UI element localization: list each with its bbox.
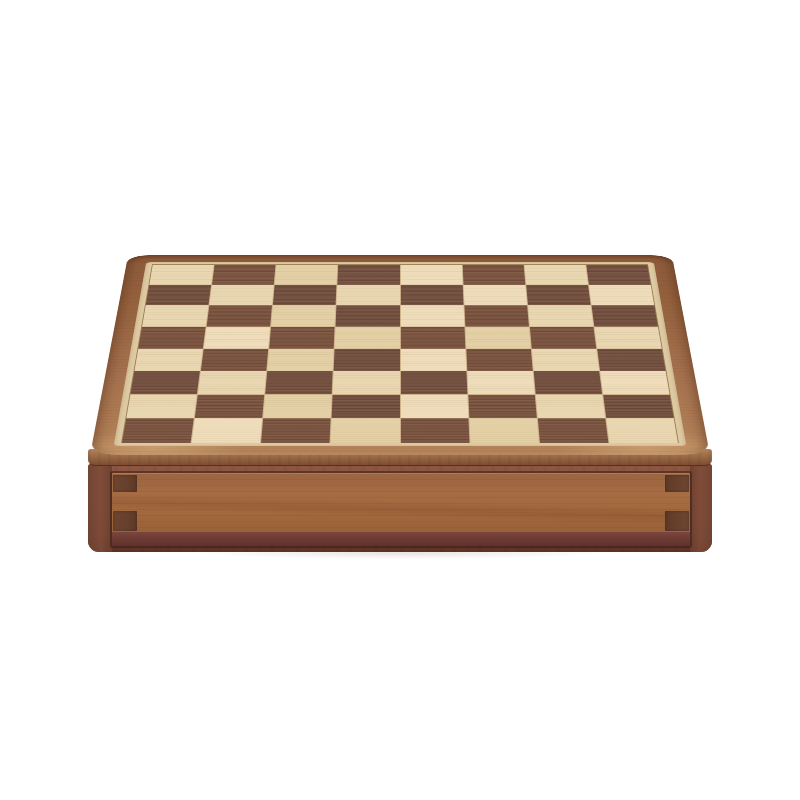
square-f8 xyxy=(462,265,525,285)
body-left-post xyxy=(88,464,112,552)
square-g8 xyxy=(524,265,588,285)
square-h4 xyxy=(597,349,665,371)
square-c4 xyxy=(267,349,334,371)
square-d6 xyxy=(336,306,400,327)
square-c1 xyxy=(261,419,331,443)
square-b3 xyxy=(198,371,267,394)
square-h5 xyxy=(594,327,661,349)
square-d7 xyxy=(337,285,400,305)
joint-pin xyxy=(665,511,689,531)
square-h3 xyxy=(600,371,670,394)
square-f1 xyxy=(469,419,539,443)
square-b5 xyxy=(204,327,270,349)
square-a5 xyxy=(138,327,205,349)
storage-drawer xyxy=(112,473,690,546)
square-a6 xyxy=(142,306,208,327)
square-h2 xyxy=(603,395,674,419)
square-d3 xyxy=(333,371,400,394)
chess-board xyxy=(121,264,679,443)
square-e3 xyxy=(400,371,467,394)
square-f6 xyxy=(464,306,529,327)
square-f3 xyxy=(467,371,535,394)
square-b6 xyxy=(207,306,272,327)
square-e7 xyxy=(400,285,463,305)
joint-pin xyxy=(113,511,137,531)
drawer-finger-joint-left xyxy=(112,473,139,532)
square-e1 xyxy=(400,419,469,443)
square-a3 xyxy=(130,371,200,394)
square-d8 xyxy=(338,265,400,285)
joint-pin xyxy=(113,475,137,492)
square-d1 xyxy=(331,419,400,443)
product-photo xyxy=(0,0,800,800)
square-c2 xyxy=(263,395,332,419)
square-b4 xyxy=(201,349,268,371)
drawer-finger-joint-right xyxy=(663,473,690,532)
square-g3 xyxy=(534,371,603,394)
square-a4 xyxy=(134,349,202,371)
square-b7 xyxy=(209,285,274,305)
square-h8 xyxy=(586,265,650,285)
square-e5 xyxy=(400,327,465,349)
square-b8 xyxy=(212,265,276,285)
body-right-post xyxy=(690,464,712,552)
square-a1 xyxy=(122,419,194,443)
square-e6 xyxy=(400,306,464,327)
square-h6 xyxy=(591,306,657,327)
square-e4 xyxy=(400,349,466,371)
joint-pin xyxy=(665,475,689,492)
square-f5 xyxy=(465,327,531,349)
drawer-purpleheart-trim xyxy=(112,532,690,546)
square-b2 xyxy=(195,395,265,419)
square-g2 xyxy=(536,395,606,419)
square-a2 xyxy=(126,395,197,419)
square-g4 xyxy=(532,349,599,371)
square-d2 xyxy=(332,395,400,419)
square-c5 xyxy=(269,327,335,349)
square-e8 xyxy=(400,265,462,285)
square-c7 xyxy=(273,285,337,305)
square-c8 xyxy=(275,265,338,285)
square-b1 xyxy=(192,419,263,443)
box-body xyxy=(88,464,712,552)
square-e2 xyxy=(400,395,468,419)
square-f7 xyxy=(463,285,527,305)
square-g5 xyxy=(530,327,596,349)
board-lid xyxy=(90,255,710,455)
square-g6 xyxy=(528,306,593,327)
square-h7 xyxy=(589,285,654,305)
square-c6 xyxy=(271,306,336,327)
square-c3 xyxy=(265,371,333,394)
square-g7 xyxy=(526,285,591,305)
square-g1 xyxy=(538,419,609,443)
square-d5 xyxy=(335,327,400,349)
square-h1 xyxy=(606,419,678,443)
square-f2 xyxy=(468,395,537,419)
square-d4 xyxy=(334,349,400,371)
square-a7 xyxy=(146,285,211,305)
square-f4 xyxy=(466,349,533,371)
square-a8 xyxy=(149,265,213,285)
